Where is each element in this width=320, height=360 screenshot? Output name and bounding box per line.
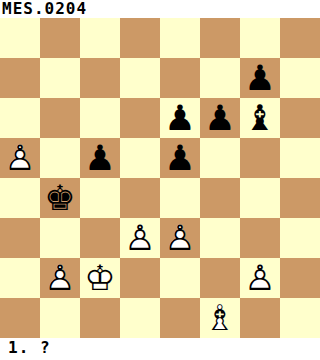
square-e4[interactable] [160, 178, 200, 218]
black-pawn-e6[interactable]: ♟ [160, 98, 200, 138]
white-pawn-g2[interactable]: ♙ [240, 258, 280, 298]
square-d5[interactable] [120, 138, 160, 178]
square-g3[interactable] [240, 218, 280, 258]
square-e8[interactable] [160, 18, 200, 58]
square-f5[interactable] [200, 138, 240, 178]
square-a4[interactable] [0, 178, 40, 218]
square-c7[interactable] [80, 58, 120, 98]
white-king-c2[interactable]: ♔ [80, 258, 120, 298]
square-c3[interactable] [80, 218, 120, 258]
square-d7[interactable] [120, 58, 160, 98]
square-h3[interactable] [280, 218, 320, 258]
chess-board: ♟♟♟♝♟♙♟♟♚♟♙♟♙♟♙♚♔♟♙♝♗ [0, 18, 320, 338]
square-a7[interactable] [0, 58, 40, 98]
square-f7[interactable] [200, 58, 240, 98]
white-pawn-e3[interactable]: ♙ [160, 218, 200, 258]
square-b4[interactable]: ♚ [40, 178, 80, 218]
square-a5[interactable]: ♟♙ [0, 138, 40, 178]
square-c6[interactable] [80, 98, 120, 138]
square-b7[interactable] [40, 58, 80, 98]
square-c2[interactable]: ♚♔ [80, 258, 120, 298]
square-d2[interactable] [120, 258, 160, 298]
square-g5[interactable] [240, 138, 280, 178]
square-f3[interactable] [200, 218, 240, 258]
square-c5[interactable]: ♟ [80, 138, 120, 178]
white-pawn-b2[interactable]: ♙ [40, 258, 80, 298]
square-d8[interactable] [120, 18, 160, 58]
square-c1[interactable] [80, 298, 120, 338]
square-g1[interactable] [240, 298, 280, 338]
white-bishop-f1[interactable]: ♗ [200, 298, 240, 338]
move-prompt: 1. ? [0, 338, 320, 360]
square-f6[interactable]: ♟ [200, 98, 240, 138]
square-e5[interactable]: ♟ [160, 138, 200, 178]
square-d3[interactable]: ♟♙ [120, 218, 160, 258]
square-b5[interactable] [40, 138, 80, 178]
square-e6[interactable]: ♟ [160, 98, 200, 138]
square-h5[interactable] [280, 138, 320, 178]
square-a2[interactable] [0, 258, 40, 298]
black-bishop-g6[interactable]: ♝ [240, 98, 280, 138]
square-b6[interactable] [40, 98, 80, 138]
square-e3[interactable]: ♟♙ [160, 218, 200, 258]
square-f2[interactable] [200, 258, 240, 298]
black-pawn-f6[interactable]: ♟ [200, 98, 240, 138]
square-c8[interactable] [80, 18, 120, 58]
square-g7[interactable]: ♟ [240, 58, 280, 98]
square-f8[interactable] [200, 18, 240, 58]
white-pawn-d3[interactable]: ♙ [120, 218, 160, 258]
black-pawn-e5[interactable]: ♟ [160, 138, 200, 178]
square-d4[interactable] [120, 178, 160, 218]
square-b2[interactable]: ♟♙ [40, 258, 80, 298]
square-h4[interactable] [280, 178, 320, 218]
black-pawn-g7[interactable]: ♟ [240, 58, 280, 98]
square-b1[interactable] [40, 298, 80, 338]
white-pawn-a5[interactable]: ♙ [0, 138, 40, 178]
square-g4[interactable] [240, 178, 280, 218]
square-h1[interactable] [280, 298, 320, 338]
square-c4[interactable] [80, 178, 120, 218]
square-e7[interactable] [160, 58, 200, 98]
square-d1[interactable] [120, 298, 160, 338]
square-h8[interactable] [280, 18, 320, 58]
square-e2[interactable] [160, 258, 200, 298]
square-d6[interactable] [120, 98, 160, 138]
square-a8[interactable] [0, 18, 40, 58]
square-f1[interactable]: ♝♗ [200, 298, 240, 338]
square-g2[interactable]: ♟♙ [240, 258, 280, 298]
square-e1[interactable] [160, 298, 200, 338]
square-h6[interactable] [280, 98, 320, 138]
square-b8[interactable] [40, 18, 80, 58]
square-a1[interactable] [0, 298, 40, 338]
square-a3[interactable] [0, 218, 40, 258]
square-g8[interactable] [240, 18, 280, 58]
square-h7[interactable] [280, 58, 320, 98]
black-king-b4[interactable]: ♚ [40, 178, 80, 218]
square-h2[interactable] [280, 258, 320, 298]
square-b3[interactable] [40, 218, 80, 258]
black-pawn-c5[interactable]: ♟ [80, 138, 120, 178]
square-a6[interactable] [0, 98, 40, 138]
diagram-title: MES.0204 [0, 0, 320, 18]
square-f4[interactable] [200, 178, 240, 218]
square-g6[interactable]: ♝ [240, 98, 280, 138]
